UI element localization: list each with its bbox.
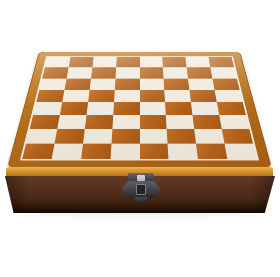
board-square-g6 bbox=[188, 78, 214, 89]
board-square-f6 bbox=[164, 78, 190, 89]
board-square-h2 bbox=[222, 129, 253, 144]
board-square-e7 bbox=[140, 67, 164, 78]
board-square-e6 bbox=[140, 78, 165, 89]
clasp-bottom-tab bbox=[135, 197, 147, 203]
board-square-f4 bbox=[165, 102, 192, 115]
board-square-h7 bbox=[210, 67, 236, 78]
board-square-b4 bbox=[60, 102, 88, 115]
board-square-c8 bbox=[92, 57, 116, 67]
board-square-h5 bbox=[215, 90, 243, 102]
board-square-f2 bbox=[167, 129, 196, 144]
board-square-b1 bbox=[52, 143, 83, 159]
chess-board bbox=[22, 57, 257, 159]
board-square-b5 bbox=[62, 90, 89, 102]
board-square-c7 bbox=[91, 67, 116, 78]
clasp-knob bbox=[137, 175, 145, 181]
board-square-d3 bbox=[112, 115, 139, 129]
board-square-d4 bbox=[113, 102, 140, 115]
board-square-h8 bbox=[209, 57, 235, 67]
board-square-e3 bbox=[140, 115, 167, 129]
board-square-a2 bbox=[26, 129, 57, 144]
box-lid-top bbox=[7, 52, 272, 168]
board-square-f7 bbox=[163, 67, 188, 78]
board-square-g3 bbox=[193, 115, 222, 129]
board-square-b7 bbox=[67, 67, 93, 78]
board-square-h1 bbox=[225, 143, 257, 159]
board-square-h6 bbox=[212, 78, 239, 89]
board-square-e4 bbox=[140, 102, 167, 115]
board-square-d5 bbox=[114, 90, 140, 102]
board-square-a8 bbox=[45, 57, 71, 67]
board-frame bbox=[20, 56, 259, 160]
board-square-c5 bbox=[88, 90, 115, 102]
board-square-b6 bbox=[64, 78, 90, 89]
board-square-g7 bbox=[187, 67, 213, 78]
board-square-d8 bbox=[116, 57, 140, 67]
board-square-a1 bbox=[22, 143, 54, 159]
board-square-e2 bbox=[140, 129, 168, 144]
board-square-h4 bbox=[217, 102, 246, 115]
product-photo bbox=[0, 0, 280, 277]
board-square-a4 bbox=[33, 102, 62, 115]
board-square-d2 bbox=[111, 129, 139, 144]
board-square-f1 bbox=[168, 143, 198, 159]
board-square-a3 bbox=[30, 115, 60, 129]
board-square-d1 bbox=[110, 143, 139, 159]
board-square-a6 bbox=[39, 78, 66, 89]
board-square-g4 bbox=[191, 102, 219, 115]
board-square-g5 bbox=[190, 90, 217, 102]
board-square-d6 bbox=[114, 78, 139, 89]
board-square-c1 bbox=[81, 143, 111, 159]
board-square-d7 bbox=[115, 67, 139, 78]
drop-shadow bbox=[18, 209, 262, 216]
board-square-b3 bbox=[57, 115, 86, 129]
board-square-g1 bbox=[196, 143, 227, 159]
board-square-b8 bbox=[69, 57, 94, 67]
metal-clasp bbox=[122, 172, 160, 204]
board-square-a7 bbox=[42, 67, 68, 78]
board-square-e1 bbox=[140, 143, 169, 159]
board-square-c6 bbox=[89, 78, 115, 89]
clasp-top-plate bbox=[128, 173, 154, 182]
board-square-h3 bbox=[219, 115, 249, 129]
board-square-g2 bbox=[194, 129, 224, 144]
board-square-g8 bbox=[186, 57, 211, 67]
board-square-f3 bbox=[166, 115, 194, 129]
board-square-a5 bbox=[36, 90, 64, 102]
clasp-latch-slot bbox=[136, 184, 146, 195]
board-square-e5 bbox=[140, 90, 166, 102]
board-square-f5 bbox=[165, 90, 192, 102]
board-square-e8 bbox=[140, 57, 164, 67]
board-square-c3 bbox=[85, 115, 113, 129]
board-square-c2 bbox=[83, 129, 112, 144]
board-square-c4 bbox=[86, 102, 113, 115]
board-square-f8 bbox=[163, 57, 187, 67]
board-square-b2 bbox=[54, 129, 84, 144]
